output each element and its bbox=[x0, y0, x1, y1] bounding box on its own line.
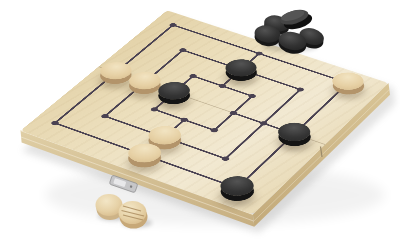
wood-pieces-offboard[interactable] bbox=[96, 194, 153, 229]
wood-piece-offboard-grained[interactable] bbox=[119, 201, 148, 229]
fold-slit bbox=[321, 147, 323, 158]
board-latch bbox=[109, 175, 138, 193]
product-photo-scene bbox=[0, 0, 400, 251]
black-pieces-pile[interactable] bbox=[253, 6, 326, 56]
offboard-overlay bbox=[0, 0, 400, 251]
